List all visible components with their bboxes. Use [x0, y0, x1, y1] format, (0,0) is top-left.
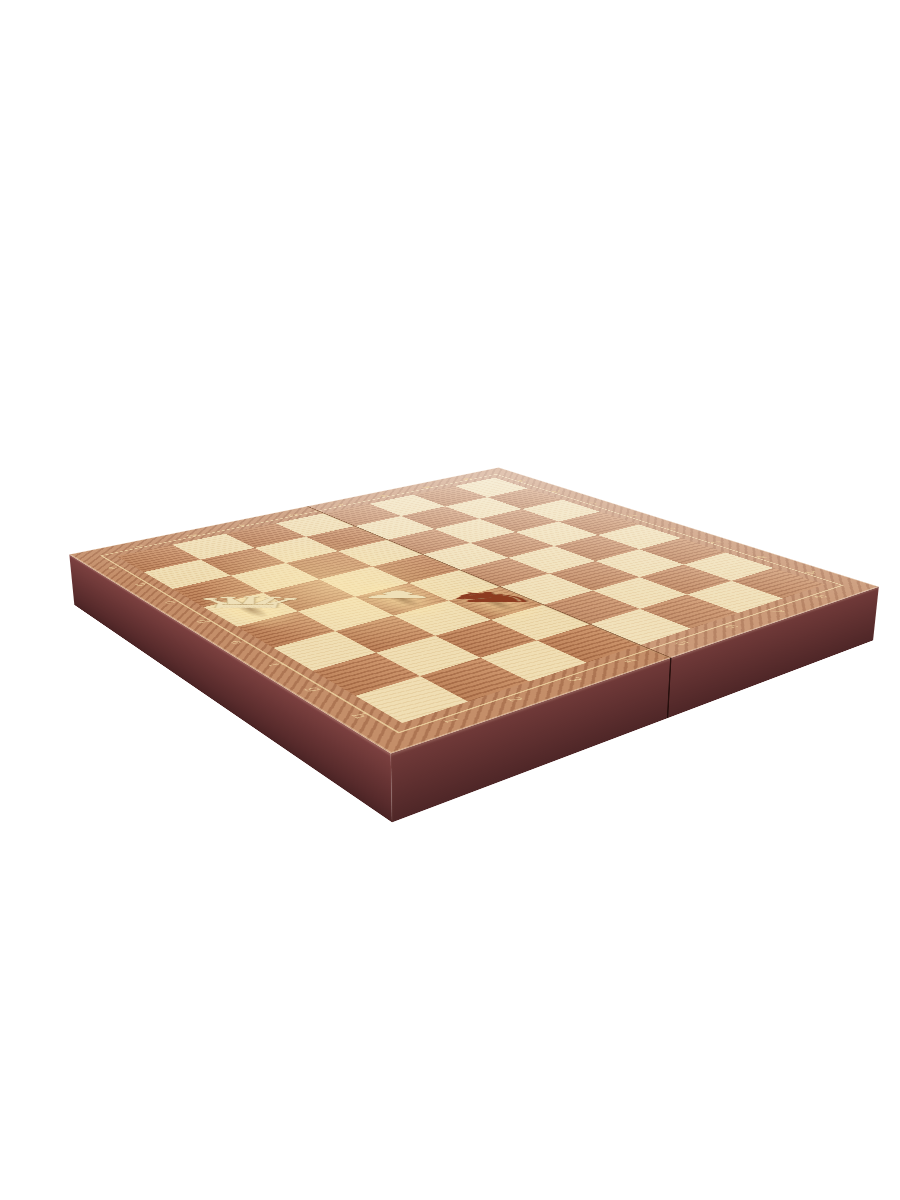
square-g5[interactable] — [543, 591, 640, 625]
square-h5[interactable] — [590, 609, 691, 645]
file-label-e-near: e — [221, 636, 252, 648]
square-h7[interactable] — [687, 581, 783, 613]
rank-label-2-right: 2 — [496, 691, 531, 706]
square-h2[interactable] — [420, 658, 529, 702]
square-h6[interactable] — [640, 594, 738, 628]
file-label-a-far: a — [511, 478, 533, 484]
square-f2[interactable] — [335, 615, 435, 652]
square-f1[interactable] — [273, 631, 375, 671]
file-label-f-near: f — [258, 658, 290, 671]
square-f4[interactable] — [448, 587, 543, 620]
square-d1[interactable] — [204, 593, 298, 627]
square-g6[interactable] — [593, 577, 687, 609]
chess-board: aa88bb77cc66dd55ee44ff33gg22hh11 ♛♟♞ — [69, 467, 878, 753]
file-label-c-far: c — [580, 500, 604, 507]
square-g2[interactable] — [376, 636, 480, 676]
rank-label-6-right: 6 — [714, 621, 746, 633]
square-g4[interactable] — [491, 605, 590, 641]
square-e1[interactable] — [237, 611, 335, 648]
rank-label-4-right: 4 — [612, 654, 646, 667]
square-e4[interactable] — [409, 570, 500, 601]
square-d3[interactable] — [319, 566, 409, 596]
square-h1[interactable] — [356, 676, 468, 723]
rank-label-8-right: 8 — [804, 591, 835, 601]
file-label-h-far: h — [796, 568, 825, 577]
square-c1[interactable] — [173, 576, 263, 607]
rank-label-5-right: 5 — [665, 637, 698, 649]
file-label-c-near: c — [156, 597, 184, 607]
file-label-h-near: h — [341, 708, 377, 724]
square-g3[interactable] — [435, 620, 537, 658]
rank-label-3-right: 3 — [556, 672, 591, 686]
square-h3[interactable] — [480, 640, 586, 681]
rank-label-1-right: 1 — [432, 712, 468, 728]
square-d2[interactable] — [263, 579, 355, 611]
file-label-d-far: d — [618, 512, 643, 519]
square-e2[interactable] — [298, 597, 394, 631]
board-top-face: aa88bb77cc66dd55ee44ff33gg22hh11 — [69, 467, 878, 753]
file-label-g-near: g — [298, 682, 332, 696]
square-h4[interactable] — [537, 624, 640, 663]
square-g1[interactable] — [313, 653, 420, 696]
square-h8[interactable] — [731, 568, 824, 598]
file-label-b-near: b — [127, 579, 154, 589]
fold-seam-side-crack — [667, 658, 672, 719]
file-label-d-near: d — [188, 616, 217, 627]
rank-label-7-right: 7 — [760, 606, 791, 617]
file-label-e-far: e — [658, 524, 684, 532]
file-label-a-near: a — [100, 563, 126, 572]
file-label-b-far: b — [545, 488, 568, 494]
square-f3[interactable] — [394, 601, 491, 636]
file-label-f-far: f — [701, 538, 728, 546]
